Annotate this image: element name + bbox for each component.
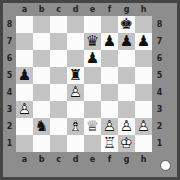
square-g7[interactable]: ♟ [118, 33, 135, 50]
square-c1[interactable] [50, 135, 67, 152]
square-a6[interactable] [16, 50, 33, 67]
piece-white-pawn[interactable]: ♟♙ [67, 84, 84, 101]
square-h3[interactable] [135, 101, 152, 118]
piece-white-bishop[interactable]: ♝♗ [67, 118, 84, 135]
piece-black-pawn[interactable]: ♟ [84, 50, 101, 67]
rank-labels-right: 87654321 [153, 16, 166, 152]
square-f1[interactable]: ♜♖ [101, 135, 118, 152]
square-g3[interactable] [118, 101, 135, 118]
square-h5[interactable] [135, 67, 152, 84]
piece-white-rook[interactable]: ♜♖ [101, 135, 118, 152]
square-f5[interactable] [101, 67, 118, 84]
piece-glyph: ♛ [84, 33, 101, 50]
square-b1[interactable] [33, 135, 50, 152]
piece-glyph: ♟ [101, 33, 118, 50]
square-c8[interactable] [50, 16, 67, 33]
square-b3[interactable] [33, 101, 50, 118]
coordinate-label-4: 4 [3, 84, 16, 101]
square-e1[interactable] [84, 135, 101, 152]
coordinate-label-f: f [101, 153, 118, 166]
coordinate-label-3: 3 [153, 101, 166, 118]
square-g2[interactable]: ♟♙ [118, 118, 135, 135]
square-a5[interactable]: ♟ [16, 67, 33, 84]
square-c5[interactable] [50, 67, 67, 84]
coordinate-label-6: 6 [153, 50, 166, 67]
piece-black-pawn[interactable]: ♟ [101, 33, 118, 50]
coordinate-label-3: 3 [3, 101, 16, 118]
square-c7[interactable] [50, 33, 67, 50]
square-f6[interactable] [101, 50, 118, 67]
square-c3[interactable] [50, 101, 67, 118]
coordinate-label-g: g [118, 153, 135, 166]
coordinate-label-c: c [50, 3, 67, 16]
square-h7[interactable]: ♟ [135, 33, 152, 50]
square-a4[interactable] [16, 84, 33, 101]
rank-labels-left: 87654321 [3, 16, 16, 152]
coordinate-label-2: 2 [153, 118, 166, 135]
piece-black-pawn[interactable]: ♟ [118, 33, 135, 50]
piece-black-rook[interactable]: ♜ [67, 67, 84, 84]
piece-outline: ♖ [101, 135, 118, 152]
square-e2[interactable]: ♛♕ [84, 118, 101, 135]
square-f2[interactable]: ♟♙ [101, 118, 118, 135]
piece-glyph: ♟ [16, 67, 33, 84]
square-a3[interactable]: ♟♙ [16, 101, 33, 118]
piece-white-king[interactable]: ♚♔ [118, 135, 135, 152]
piece-outline: ♙ [101, 118, 118, 135]
coordinate-label-e: e [84, 153, 101, 166]
square-h4[interactable] [135, 84, 152, 101]
square-d3[interactable] [67, 101, 84, 118]
piece-glyph: ♜ [67, 67, 84, 84]
square-a8[interactable] [16, 16, 33, 33]
square-b8[interactable] [33, 16, 50, 33]
coordinate-label-7: 7 [153, 33, 166, 50]
coordinate-label-1: 1 [153, 135, 166, 152]
coordinate-label-4: 4 [153, 84, 166, 101]
square-h6[interactable] [135, 50, 152, 67]
square-f7[interactable]: ♟ [101, 33, 118, 50]
square-f3[interactable] [101, 101, 118, 118]
piece-glyph: ♚ [118, 16, 135, 33]
coordinate-label-8: 8 [153, 16, 166, 33]
coordinate-label-8: 8 [3, 16, 16, 33]
square-b7[interactable] [33, 33, 50, 50]
coordinate-label-e: e [84, 3, 101, 16]
square-a2[interactable] [16, 118, 33, 135]
white-to-move-indicator [160, 160, 171, 171]
piece-outline: ♙ [16, 101, 33, 118]
coordinate-label-a: a [16, 3, 33, 16]
square-d1[interactable] [67, 135, 84, 152]
coordinate-label-7: 7 [3, 33, 16, 50]
coordinate-label-f: f [101, 3, 118, 16]
chess-board[interactable]: ♚♛♟♟♟♟♟♜♟♙♟♙♞♝♗♛♕♟♙♟♙♟♙♜♖♚♔ [16, 16, 152, 152]
square-d2[interactable]: ♝♗ [67, 118, 84, 135]
square-f4[interactable] [101, 84, 118, 101]
square-h8[interactable] [135, 16, 152, 33]
square-f8[interactable] [101, 16, 118, 33]
square-d4[interactable]: ♟♙ [67, 84, 84, 101]
square-e5[interactable] [84, 67, 101, 84]
square-b2[interactable]: ♞ [33, 118, 50, 135]
square-a1[interactable] [16, 135, 33, 152]
coordinate-label-h: h [135, 153, 152, 166]
square-d7[interactable] [67, 33, 84, 50]
piece-white-pawn[interactable]: ♟♙ [118, 118, 135, 135]
square-e4[interactable] [84, 84, 101, 101]
square-g6[interactable] [118, 50, 135, 67]
piece-white-pawn[interactable]: ♟♙ [135, 118, 152, 135]
square-g4[interactable] [118, 84, 135, 101]
coordinate-label-b: b [33, 153, 50, 166]
piece-outline: ♙ [135, 118, 152, 135]
coordinate-label-c: c [50, 153, 67, 166]
piece-outline: ♗ [67, 118, 84, 135]
piece-white-queen[interactable]: ♛♕ [84, 118, 101, 135]
piece-black-king[interactable]: ♚ [118, 16, 135, 33]
coordinate-label-5: 5 [153, 67, 166, 84]
piece-black-pawn[interactable]: ♟ [135, 33, 152, 50]
coordinate-label-a: a [16, 153, 33, 166]
square-e3[interactable] [84, 101, 101, 118]
square-h2[interactable]: ♟♙ [135, 118, 152, 135]
coordinate-label-b: b [33, 3, 50, 16]
piece-glyph: ♟ [118, 33, 135, 50]
square-e7[interactable]: ♛ [84, 33, 101, 50]
coordinate-label-6: 6 [3, 50, 16, 67]
square-d5[interactable]: ♜ [67, 67, 84, 84]
file-labels-bottom: abcdefgh [16, 153, 152, 166]
piece-glyph: ♞ [33, 118, 50, 135]
coordinate-label-d: d [67, 3, 84, 16]
square-g5[interactable] [118, 67, 135, 84]
piece-outline: ♙ [67, 84, 84, 101]
piece-outline: ♙ [118, 118, 135, 135]
piece-black-knight[interactable]: ♞ [33, 118, 50, 135]
coordinate-label-d: d [67, 153, 84, 166]
square-a7[interactable] [16, 33, 33, 50]
coordinate-label-5: 5 [3, 67, 16, 84]
square-g8[interactable]: ♚ [118, 16, 135, 33]
piece-outline: ♔ [118, 135, 135, 152]
square-h1[interactable] [135, 135, 152, 152]
piece-glyph: ♟ [135, 33, 152, 50]
coordinate-label-h: h [135, 3, 152, 16]
piece-white-pawn[interactable]: ♟♙ [16, 101, 33, 118]
square-c6[interactable] [50, 50, 67, 67]
piece-white-pawn[interactable]: ♟♙ [101, 118, 118, 135]
piece-glyph: ♟ [84, 50, 101, 67]
piece-black-queen[interactable]: ♛ [84, 33, 101, 50]
square-b6[interactable] [33, 50, 50, 67]
piece-black-pawn[interactable]: ♟ [16, 67, 33, 84]
chess-diagram: abcdefgh abcdefgh 87654321 87654321 ♚♛♟♟… [0, 0, 180, 180]
coordinate-label-1: 1 [3, 135, 16, 152]
piece-outline: ♕ [84, 118, 101, 135]
square-c4[interactable] [50, 84, 67, 101]
square-d6[interactable] [67, 50, 84, 67]
square-c2[interactable] [50, 118, 67, 135]
square-e8[interactable] [84, 16, 101, 33]
square-e6[interactable]: ♟ [84, 50, 101, 67]
square-b4[interactable] [33, 84, 50, 101]
square-b5[interactable] [33, 67, 50, 84]
coordinate-label-2: 2 [3, 118, 16, 135]
square-d8[interactable] [67, 16, 84, 33]
square-g1[interactable]: ♚♔ [118, 135, 135, 152]
